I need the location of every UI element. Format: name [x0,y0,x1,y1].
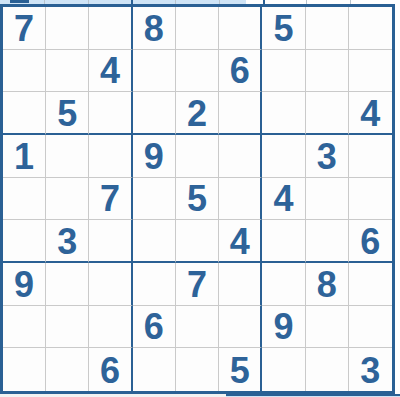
cell-r2c3[interactable]: 4 [89,50,132,93]
toolbar-selection-mark [10,0,29,3]
cell-r8c7[interactable]: 9 [262,306,305,349]
cell-r1c7[interactable]: 5 [262,7,305,50]
given-digit: 5 [230,353,250,389]
cell-r9c4[interactable] [133,348,176,391]
cell-r2c5[interactable] [176,50,219,93]
cell-r7c4[interactable] [133,263,176,306]
cell-r7c1[interactable]: 9 [3,263,46,306]
given-digit: 4 [230,224,250,260]
cell-r4c2[interactable] [46,135,89,178]
given-digit: 8 [317,267,337,303]
cell-r4c3[interactable] [89,135,132,178]
cell-r1c1[interactable]: 7 [3,7,46,50]
cell-r3c6[interactable] [219,92,262,135]
cell-r4c1[interactable]: 1 [3,135,46,178]
cell-r2c9[interactable] [349,50,392,93]
cell-r6c7[interactable] [262,220,305,263]
cell-r4c9[interactable] [349,135,392,178]
cell-r6c4[interactable] [133,220,176,263]
cell-r9c9[interactable]: 3 [349,348,392,391]
cell-r1c8[interactable] [306,7,349,50]
cell-r7c7[interactable] [262,263,305,306]
given-digit: 5 [187,181,207,217]
cell-r8c3[interactable] [89,306,132,349]
given-digit: 6 [144,309,164,345]
cell-r2c2[interactable] [46,50,89,93]
cell-r6c5[interactable] [176,220,219,263]
sudoku-board: 7854652419375434697869653 [0,4,395,394]
given-digit: 3 [317,139,337,175]
cell-r8c8[interactable] [306,306,349,349]
given-digit: 5 [273,11,293,47]
cell-r5c9[interactable] [349,178,392,221]
cell-r5c4[interactable] [133,178,176,221]
sudoku-app: 7854652419375434697869653 [0,0,400,397]
cell-r8c2[interactable] [46,306,89,349]
cell-r9c2[interactable] [46,348,89,391]
cell-r5c8[interactable] [306,178,349,221]
cell-r3c3[interactable] [89,92,132,135]
cell-r5c5[interactable]: 5 [176,178,219,221]
cell-r8c9[interactable] [349,306,392,349]
given-digit: 6 [360,224,380,260]
given-digit: 5 [57,96,77,132]
cell-r7c2[interactable] [46,263,89,306]
cell-r7c5[interactable]: 7 [176,263,219,306]
cell-r6c8[interactable] [306,220,349,263]
cell-r2c7[interactable] [262,50,305,93]
cell-r5c2[interactable] [46,178,89,221]
cell-r4c6[interactable] [219,135,262,178]
cell-r1c4[interactable]: 8 [133,7,176,50]
given-digit: 9 [144,139,164,175]
cell-r3c1[interactable] [3,92,46,135]
cell-r7c8[interactable]: 8 [306,263,349,306]
cell-r1c6[interactable] [219,7,262,50]
cell-r8c1[interactable] [3,306,46,349]
cell-r3c9[interactable]: 4 [349,92,392,135]
cell-r7c3[interactable] [89,263,132,306]
cell-r2c8[interactable] [306,50,349,93]
given-digit: 4 [100,53,120,89]
given-digit: 3 [57,224,77,260]
cell-r5c3[interactable]: 7 [89,178,132,221]
cell-r9c8[interactable] [306,348,349,391]
cell-r7c6[interactable] [219,263,262,306]
given-digit: 8 [144,11,164,47]
cell-r5c7[interactable]: 4 [262,178,305,221]
cell-r9c6[interactable]: 5 [219,348,262,391]
given-digit: 1 [14,139,34,175]
cell-r6c6[interactable]: 4 [219,220,262,263]
given-digit: 2 [187,96,207,132]
given-digit: 7 [14,11,34,47]
given-digit: 9 [14,267,34,303]
cell-r1c9[interactable] [349,7,392,50]
cell-r8c5[interactable] [176,306,219,349]
cell-r4c4[interactable]: 9 [133,135,176,178]
cell-r6c9[interactable]: 6 [349,220,392,263]
cell-r6c1[interactable] [3,220,46,263]
cell-r1c3[interactable] [89,7,132,50]
cell-r2c6[interactable]: 6 [219,50,262,93]
cell-r2c1[interactable] [3,50,46,93]
cell-r9c3[interactable]: 6 [89,348,132,391]
given-digit: 9 [273,309,293,345]
cell-r9c5[interactable] [176,348,219,391]
cell-r8c6[interactable] [219,306,262,349]
cell-r1c5[interactable] [176,7,219,50]
cell-r4c8[interactable]: 3 [306,135,349,178]
cell-r6c3[interactable] [89,220,132,263]
given-digit: 4 [273,181,293,217]
given-digit: 6 [230,53,250,89]
cell-r3c4[interactable] [133,92,176,135]
cell-r3c5[interactable]: 2 [176,92,219,135]
given-digit: 7 [187,267,207,303]
cell-r4c7[interactable] [262,135,305,178]
cell-r7c9[interactable] [349,263,392,306]
given-digit: 6 [100,353,120,389]
given-digit: 7 [100,181,120,217]
cell-r2c4[interactable] [133,50,176,93]
cell-r4c5[interactable] [176,135,219,178]
cell-r9c1[interactable] [3,348,46,391]
cell-r3c8[interactable] [306,92,349,135]
cell-r3c7[interactable] [262,92,305,135]
cell-r1c2[interactable] [46,7,89,50]
cell-r3c2[interactable]: 5 [46,92,89,135]
cell-r9c7[interactable] [262,348,305,391]
given-digit: 3 [360,353,380,389]
cell-r8c4[interactable]: 6 [133,306,176,349]
cell-r5c6[interactable] [219,178,262,221]
cell-r5c1[interactable] [3,178,46,221]
cell-r6c2[interactable]: 3 [46,220,89,263]
given-digit: 4 [360,96,380,132]
